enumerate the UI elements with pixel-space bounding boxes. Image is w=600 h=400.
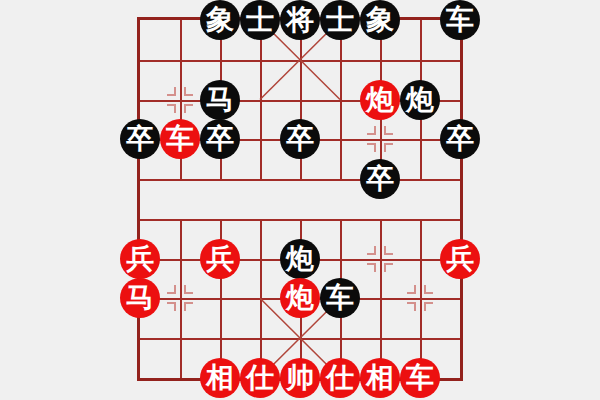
xiangqi-board: 象士将士象车马炮炮卒车卒卒卒卒兵兵炮兵马炮车相仕帅仕相车 bbox=[137, 17, 463, 381]
piece-black-soldier[interactable]: 卒 bbox=[440, 119, 480, 159]
piece-red-horse[interactable]: 马 bbox=[120, 278, 160, 318]
pieces-layer: 象士将士象车马炮炮卒车卒卒卒卒兵兵炮兵马炮车相仕帅仕相车 bbox=[140, 20, 460, 378]
piece-black-elephant[interactable]: 象 bbox=[200, 0, 240, 40]
piece-black-cannon[interactable]: 炮 bbox=[280, 239, 320, 279]
piece-black-soldier[interactable]: 卒 bbox=[360, 159, 400, 199]
piece-red-elephant[interactable]: 相 bbox=[360, 358, 400, 398]
piece-red-soldier[interactable]: 兵 bbox=[120, 239, 160, 279]
piece-red-chariot[interactable]: 车 bbox=[400, 358, 440, 398]
piece-red-soldier[interactable]: 兵 bbox=[440, 239, 480, 279]
piece-black-chariot[interactable]: 车 bbox=[320, 278, 360, 318]
piece-red-cannon[interactable]: 炮 bbox=[360, 80, 400, 120]
piece-red-chariot[interactable]: 车 bbox=[160, 119, 200, 159]
piece-black-advisor[interactable]: 士 bbox=[240, 0, 280, 40]
piece-red-elephant[interactable]: 相 bbox=[200, 358, 240, 398]
piece-black-horse[interactable]: 马 bbox=[200, 80, 240, 120]
piece-black-advisor[interactable]: 士 bbox=[320, 0, 360, 40]
piece-black-soldier[interactable]: 卒 bbox=[280, 119, 320, 159]
piece-red-advisor[interactable]: 仕 bbox=[240, 358, 280, 398]
piece-black-general[interactable]: 将 bbox=[280, 0, 320, 40]
piece-black-soldier[interactable]: 卒 bbox=[120, 119, 160, 159]
xiangqi-screenshot: 象士将士象车马炮炮卒车卒卒卒卒兵兵炮兵马炮车相仕帅仕相车 bbox=[0, 0, 600, 400]
piece-red-soldier[interactable]: 兵 bbox=[200, 239, 240, 279]
piece-black-cannon[interactable]: 炮 bbox=[400, 80, 440, 120]
piece-red-advisor[interactable]: 仕 bbox=[320, 358, 360, 398]
piece-red-general[interactable]: 帅 bbox=[280, 358, 320, 398]
piece-black-elephant[interactable]: 象 bbox=[360, 0, 400, 40]
piece-black-soldier[interactable]: 卒 bbox=[200, 119, 240, 159]
piece-black-chariot[interactable]: 车 bbox=[440, 0, 480, 40]
piece-red-cannon[interactable]: 炮 bbox=[280, 278, 320, 318]
